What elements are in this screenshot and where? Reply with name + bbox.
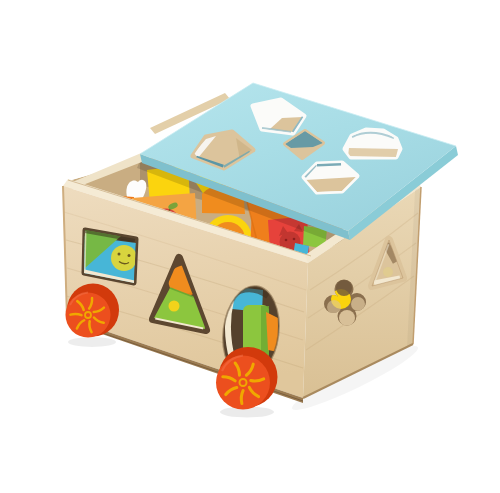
smiley-block-face	[111, 245, 137, 271]
product-photo	[0, 0, 500, 493]
lid-cutout-halfcircle	[345, 130, 400, 157]
toy-scene	[0, 0, 500, 493]
yellow-dot	[169, 301, 180, 312]
front-cutout-square	[84, 229, 137, 283]
